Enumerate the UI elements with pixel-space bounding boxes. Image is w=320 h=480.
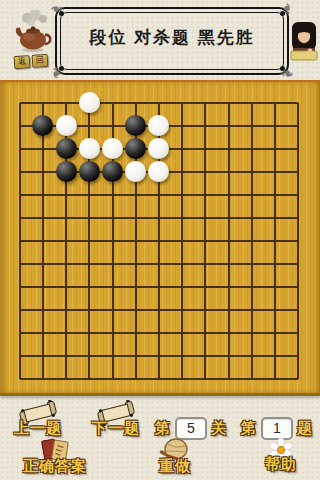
intersection-N13[interactable] [287,91,310,114]
intersection-A9[interactable] [8,183,31,206]
black-stone [125,115,146,136]
back-button[interactable]: 返 回 [14,54,49,69]
intersection-N12[interactable] [287,114,310,137]
intersection-G7[interactable] [147,229,170,252]
intersection-H2[interactable] [171,345,194,368]
intersection-K6[interactable] [217,253,240,276]
intersection-G2[interactable] [147,345,170,368]
correct-answer-label: 正确答案 [14,457,96,476]
intersection-B7[interactable] [31,229,54,252]
steam-icon [22,10,47,26]
intersection-F4[interactable] [124,299,147,322]
intersection-J11[interactable] [194,137,217,160]
intersection-K2[interactable] [217,345,240,368]
intersection-E2[interactable] [101,345,124,368]
intersection-C2[interactable] [54,345,77,368]
intersection-H7[interactable] [171,229,194,252]
intersection-G10[interactable] [147,160,170,183]
intersection-E3[interactable] [101,322,124,345]
intersection-E6[interactable] [101,253,124,276]
intersection-K10[interactable] [217,160,240,183]
teapot-icon [12,10,54,54]
intersection-A11[interactable] [8,137,31,160]
intersection-E5[interactable] [101,276,124,299]
level-prefix: 第 [155,419,171,438]
black-stone [56,138,77,159]
intersection-A6[interactable] [8,253,31,276]
intersection-B2[interactable] [31,345,54,368]
intersection-K9[interactable] [217,183,240,206]
intersection-H4[interactable] [171,299,194,322]
woman-portrait-avatar [290,22,318,66]
back-button-char: 返 [14,55,31,69]
intersection-A3[interactable] [8,322,31,345]
intersection-D8[interactable] [78,206,101,229]
white-stone [148,115,169,136]
intersection-N2[interactable] [287,345,310,368]
intersection-G9[interactable] [147,183,170,206]
intersection-F1[interactable] [124,368,147,391]
intersection-F12[interactable] [124,114,147,137]
intersection-A7[interactable] [8,229,31,252]
intersection-H6[interactable] [171,253,194,276]
intersection-J9[interactable] [194,183,217,206]
intersection-C9[interactable] [54,183,77,206]
intersection-C4[interactable] [54,299,77,322]
intersection-L5[interactable] [240,276,263,299]
intersection-E8[interactable] [101,206,124,229]
intersection-J13[interactable] [194,91,217,114]
previous-problem-button[interactable]: 上一题 [4,400,72,438]
intersection-J12[interactable] [194,114,217,137]
intersection-N4[interactable] [287,299,310,322]
intersection-L7[interactable] [240,229,263,252]
redo-label: 重做 [146,457,204,476]
help-label: 帮助 [252,455,310,474]
intersection-C6[interactable] [54,253,77,276]
intersection-A8[interactable] [8,206,31,229]
intersection-H13[interactable] [171,91,194,114]
level-number-input[interactable]: 5 [175,417,207,440]
intersection-C8[interactable] [54,206,77,229]
intersection-F8[interactable] [124,206,147,229]
black-stone [125,138,146,159]
footer-toolbar: 上一题 下一题 第 5 关 第 1 题 [0,396,320,480]
problem-number-input[interactable]: 1 [261,417,293,440]
intersection-C7[interactable] [54,229,77,252]
intersection-J1[interactable] [194,368,217,391]
intersection-J2[interactable] [194,345,217,368]
intersection-A12[interactable] [8,114,31,137]
intersection-D12[interactable] [78,114,101,137]
intersection-K3[interactable] [217,322,240,345]
intersection-D6[interactable] [78,253,101,276]
intersection-A5[interactable] [8,276,31,299]
intersection-G8[interactable] [147,206,170,229]
help-button[interactable]: 帮助 [252,438,310,474]
white-stone [125,161,146,182]
intersection-B4[interactable] [31,299,54,322]
black-stone [79,161,100,182]
intersection-G13[interactable] [147,91,170,114]
intersection-J4[interactable] [194,299,217,322]
intersection-L12[interactable] [240,114,263,137]
intersection-C10[interactable] [54,160,77,183]
intersection-G1[interactable] [147,368,170,391]
intersection-B13[interactable] [31,91,54,114]
white-stone [79,92,100,113]
intersection-F6[interactable] [124,253,147,276]
intersection-E7[interactable] [101,229,124,252]
intersection-E13[interactable] [101,91,124,114]
intersection-B8[interactable] [31,206,54,229]
problem-prefix: 第 [241,419,257,438]
go-board-grid [8,91,310,391]
intersection-J8[interactable] [194,206,217,229]
intersection-M11[interactable] [264,137,287,160]
intersection-N7[interactable] [287,229,310,252]
intersection-F11[interactable] [124,137,147,160]
intersection-N10[interactable] [287,160,310,183]
intersection-E9[interactable] [101,183,124,206]
intersection-A13[interactable] [8,91,31,114]
intersection-L4[interactable] [240,299,263,322]
intersection-N8[interactable] [287,206,310,229]
intersection-K8[interactable] [217,206,240,229]
intersection-A10[interactable] [8,160,31,183]
intersection-M4[interactable] [264,299,287,322]
intersection-J5[interactable] [194,276,217,299]
intersection-H12[interactable] [171,114,194,137]
intersection-F7[interactable] [124,229,147,252]
intersection-C5[interactable] [54,276,77,299]
intersection-C11[interactable] [54,137,77,160]
intersection-H10[interactable] [171,160,194,183]
intersection-M1[interactable] [264,368,287,391]
intersection-E1[interactable] [101,368,124,391]
intersection-M10[interactable] [264,160,287,183]
next-problem-button[interactable]: 下一题 [82,400,150,438]
intersection-M3[interactable] [264,322,287,345]
intersection-L3[interactable] [240,322,263,345]
intersection-M9[interactable] [264,183,287,206]
intersection-K12[interactable] [217,114,240,137]
intersection-L13[interactable] [240,91,263,114]
intersection-B5[interactable] [31,276,54,299]
intersection-K13[interactable] [217,91,240,114]
black-stone [102,161,123,182]
intersection-H5[interactable] [171,276,194,299]
intersection-B12[interactable] [31,114,54,137]
level-suffix: 关 [211,419,227,438]
white-stone [102,138,123,159]
frame-corner-dot [59,66,64,71]
intersection-K7[interactable] [217,229,240,252]
intersection-F2[interactable] [124,345,147,368]
white-stone [148,138,169,159]
intersection-D4[interactable] [78,299,101,322]
intersection-L8[interactable] [240,206,263,229]
intersection-H3[interactable] [171,322,194,345]
intersection-D9[interactable] [78,183,101,206]
intersection-E12[interactable] [101,114,124,137]
intersection-J10[interactable] [194,160,217,183]
intersection-C13[interactable] [54,91,77,114]
back-button-char: 回 [32,54,49,68]
correct-answer-button[interactable]: 正确答案 [14,438,96,476]
intersection-G4[interactable] [147,299,170,322]
page-title: 段位 对杀题 黑先胜 [61,26,283,49]
problem-counter: 第 1 题 [241,417,313,440]
intersection-F13[interactable] [124,91,147,114]
intersection-N9[interactable] [287,183,310,206]
intersection-G3[interactable] [147,322,170,345]
intersection-A4[interactable] [8,299,31,322]
intersection-M8[interactable] [264,206,287,229]
problem-suffix: 题 [297,419,313,438]
intersection-B1[interactable] [31,368,54,391]
intersection-E10[interactable] [101,160,124,183]
intersection-N3[interactable] [287,322,310,345]
intersection-H1[interactable] [171,368,194,391]
app-screen: 返 回 ❧ ❧ ❧ ❧ 段位 对杀题 黑先胜 [0,0,320,480]
intersection-A1[interactable] [8,368,31,391]
intersection-N11[interactable] [287,137,310,160]
intersection-B6[interactable] [31,253,54,276]
previous-problem-label: 上一题 [4,419,72,438]
intersection-B11[interactable] [31,137,54,160]
white-stone [148,161,169,182]
intersection-H11[interactable] [171,137,194,160]
intersection-D2[interactable] [78,345,101,368]
intersection-D13[interactable] [78,91,101,114]
intersection-L1[interactable] [240,368,263,391]
intersection-A2[interactable] [8,345,31,368]
intersection-C12[interactable] [54,114,77,137]
intersection-K11[interactable] [217,137,240,160]
intersection-H9[interactable] [171,183,194,206]
intersection-E4[interactable] [101,299,124,322]
white-stone [79,138,100,159]
intersection-D5[interactable] [78,276,101,299]
intersection-F10[interactable] [124,160,147,183]
intersection-N1[interactable] [287,368,310,391]
intersection-D3[interactable] [78,322,101,345]
intersection-B10[interactable] [31,160,54,183]
redo-button[interactable]: 重做 [146,438,204,476]
frame-corner-dot [280,66,285,71]
intersection-M12[interactable] [264,114,287,137]
frame-corner-dot [280,11,285,16]
intersection-C1[interactable] [54,368,77,391]
frame-corner-dot [59,11,64,16]
white-stone [56,115,77,136]
intersection-N6[interactable] [287,253,310,276]
intersection-G5[interactable] [147,276,170,299]
title-frame-inner: 段位 对杀题 黑先胜 [60,12,284,70]
intersection-D1[interactable] [78,368,101,391]
intersection-L10[interactable] [240,160,263,183]
intersection-H8[interactable] [171,206,194,229]
intersection-M6[interactable] [264,253,287,276]
header: 返 回 ❧ ❧ ❧ ❧ 段位 对杀题 黑先胜 [0,0,320,80]
intersection-L2[interactable] [240,345,263,368]
intersection-D10[interactable] [78,160,101,183]
title-frame: ❧ ❧ ❧ ❧ 段位 对杀题 黑先胜 [55,7,289,75]
level-counter: 第 5 关 [155,417,227,440]
intersection-G12[interactable] [147,114,170,137]
intersection-M2[interactable] [264,345,287,368]
intersection-B9[interactable] [31,183,54,206]
intersection-D7[interactable] [78,229,101,252]
intersection-M5[interactable] [264,276,287,299]
black-stone [56,161,77,182]
intersection-F3[interactable] [124,322,147,345]
intersection-J7[interactable] [194,229,217,252]
intersection-L11[interactable] [240,137,263,160]
intersection-M7[interactable] [264,229,287,252]
intersection-K1[interactable] [217,368,240,391]
next-problem-label: 下一题 [82,419,150,438]
intersection-J6[interactable] [194,253,217,276]
intersection-F9[interactable] [124,183,147,206]
intersection-J3[interactable] [194,322,217,345]
intersection-E11[interactable] [101,137,124,160]
intersection-C3[interactable] [54,322,77,345]
intersection-K4[interactable] [217,299,240,322]
go-board [0,80,320,396]
intersection-G11[interactable] [147,137,170,160]
intersection-L9[interactable] [240,183,263,206]
intersection-M13[interactable] [264,91,287,114]
intersection-N5[interactable] [287,276,310,299]
black-stone [32,115,53,136]
intersection-D11[interactable] [78,137,101,160]
intersection-K5[interactable] [217,276,240,299]
intersection-G6[interactable] [147,253,170,276]
intersection-F5[interactable] [124,276,147,299]
intersection-B3[interactable] [31,322,54,345]
intersection-L6[interactable] [240,253,263,276]
